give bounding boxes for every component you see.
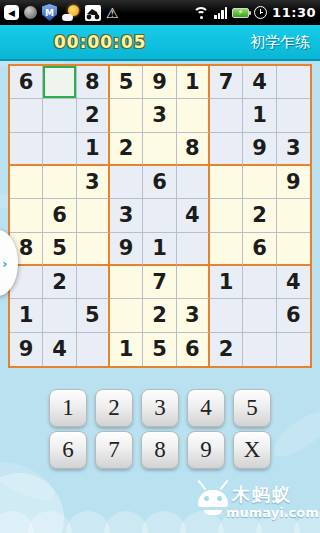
sudoku-cell-r1c3[interactable]: 8 — [77, 66, 110, 99]
sudoku-cell-r3c8[interactable]: 9 — [243, 133, 276, 166]
sudoku-cell-r8c8[interactable] — [243, 299, 276, 332]
keypad-row-2: 6789X — [0, 431, 320, 469]
sudoku-cell-r1c4[interactable]: 5 — [110, 66, 143, 99]
sudoku-cell-r9c6[interactable]: 6 — [177, 333, 210, 366]
sudoku-cell-r2c3[interactable]: 2 — [77, 99, 110, 132]
sudoku-cell-r4c8[interactable] — [243, 166, 276, 199]
sudoku-cell-r7c4[interactable] — [110, 266, 143, 299]
shield-m-icon: M — [42, 4, 57, 21]
sudoku-cell-r2c6[interactable] — [177, 99, 210, 132]
sudoku-cell-r7c6[interactable] — [177, 266, 210, 299]
sudoku-cell-r8c6[interactable]: 3 — [177, 299, 210, 332]
sudoku-cell-r7c2[interactable]: 2 — [43, 266, 76, 299]
sudoku-cell-r8c7[interactable] — [210, 299, 243, 332]
rider-icon — [85, 5, 101, 21]
sudoku-cell-r9c2[interactable]: 4 — [43, 333, 76, 366]
status-bar: ◀ M ⚠ ⚡ — [0, 0, 320, 25]
sudoku-cell-r5c8[interactable]: 2 — [243, 199, 276, 232]
sudoku-cell-r6c7[interactable] — [210, 233, 243, 266]
sudoku-cell-r9c5[interactable]: 5 — [143, 333, 176, 366]
rider-glyph — [85, 5, 101, 21]
sudoku-cell-r8c3[interactable]: 5 — [77, 299, 110, 332]
sudoku-cell-r5c3[interactable] — [77, 199, 110, 232]
mumayi-watermark: 木蚂蚁 mumayi.com — [196, 477, 312, 525]
wifi-icon — [193, 7, 209, 19]
sudoku-cell-r5c1[interactable] — [10, 199, 43, 232]
number-button-3[interactable]: 3 — [141, 389, 179, 427]
sudoku-cell-r1c5[interactable]: 9 — [143, 66, 176, 99]
sudoku-cell-r2c9[interactable] — [277, 99, 310, 132]
sudoku-cell-r4c5[interactable]: 6 — [143, 166, 176, 199]
sudoku-cell-r8c4[interactable] — [110, 299, 143, 332]
sudoku-board: 6859174231128933696342859162714152369415… — [8, 64, 312, 368]
sudoku-cell-r9c1[interactable]: 9 — [10, 333, 43, 366]
weather-sun-cloud-icon — [62, 5, 80, 21]
sudoku-cell-r1c9[interactable] — [277, 66, 310, 99]
sudoku-cell-r8c9[interactable]: 6 — [277, 299, 310, 332]
sudoku-cell-r7c3[interactable] — [77, 266, 110, 299]
sudoku-cell-r4c6[interactable] — [177, 166, 210, 199]
sudoku-cell-r5c7[interactable] — [210, 199, 243, 232]
sudoku-cell-r9c9[interactable] — [277, 333, 310, 366]
sudoku-cell-r1c7[interactable]: 7 — [210, 66, 243, 99]
sudoku-cell-r5c5[interactable] — [143, 199, 176, 232]
sudoku-cell-r2c8[interactable]: 1 — [243, 99, 276, 132]
sudoku-cell-r3c4[interactable]: 2 — [110, 133, 143, 166]
watermark-name: 木蚂蚁 — [232, 483, 292, 507]
sudoku-cell-r9c3[interactable] — [77, 333, 110, 366]
difficulty-label: 初学乍练 — [250, 33, 310, 52]
sudoku-cell-r6c3[interactable] — [77, 233, 110, 266]
app-screen: ◀ M ⚠ ⚡ — [0, 0, 320, 533]
alarm-clock-icon — [254, 6, 267, 19]
sudoku-cell-r2c2[interactable] — [43, 99, 76, 132]
sudoku-cell-r6c8[interactable]: 6 — [243, 233, 276, 266]
sudoku-cell-r3c1[interactable] — [10, 133, 43, 166]
clock-time: 11:30 — [272, 5, 316, 20]
sudoku-cell-r5c4[interactable]: 3 — [110, 199, 143, 232]
number-button-6[interactable]: 6 — [49, 431, 87, 469]
sudoku-cell-r3c3[interactable]: 1 — [77, 133, 110, 166]
sudoku-cell-r2c7[interactable] — [210, 99, 243, 132]
number-button-7[interactable]: 7 — [95, 431, 133, 469]
sudoku-cell-r4c2[interactable] — [43, 166, 76, 199]
back-icon: ◀ — [4, 5, 19, 20]
game-timer: 00:00:05 — [54, 32, 147, 52]
sudoku-cell-r2c5[interactable]: 3 — [143, 99, 176, 132]
sudoku-cell-r1c8[interactable]: 4 — [243, 66, 276, 99]
number-button-8[interactable]: 8 — [141, 431, 179, 469]
globe-icon — [24, 6, 37, 19]
sudoku-cell-r7c7[interactable]: 1 — [210, 266, 243, 299]
number-button-2[interactable]: 2 — [95, 389, 133, 427]
sudoku-cell-r9c7[interactable]: 2 — [210, 333, 243, 366]
sudoku-cell-r5c6[interactable]: 4 — [177, 199, 210, 232]
signal-bars-icon — [214, 7, 227, 19]
sudoku-cell-r4c1[interactable] — [10, 166, 43, 199]
sudoku-cell-r1c1[interactable]: 6 — [10, 66, 43, 99]
number-button-1[interactable]: 1 — [49, 389, 87, 427]
watermark-domain: mumayi.com — [226, 505, 319, 520]
warning-icon: ⚠ — [106, 6, 119, 20]
game-header: 00:00:05 初学乍练 — [0, 25, 320, 61]
sudoku-cell-r9c8[interactable] — [243, 333, 276, 366]
sudoku-cell-r8c2[interactable] — [43, 299, 76, 332]
number-button-4[interactable]: 4 — [187, 389, 225, 427]
battery-charging-icon: ⚡ — [232, 8, 249, 18]
sudoku-cell-r6c2[interactable]: 5 — [43, 233, 76, 266]
sudoku-cell-r3c9[interactable]: 3 — [277, 133, 310, 166]
sudoku-cell-r3c5[interactable] — [143, 133, 176, 166]
sudoku-cell-r1c6[interactable]: 1 — [177, 66, 210, 99]
sudoku-cell-r2c4[interactable] — [110, 99, 143, 132]
sudoku-cell-r1c2[interactable] — [43, 66, 76, 99]
sudoku-cell-r2c1[interactable] — [10, 99, 43, 132]
sudoku-cell-r4c9[interactable]: 9 — [277, 166, 310, 199]
chevron-right-icon: › — [2, 256, 7, 271]
number-button-5[interactable]: 5 — [233, 389, 271, 427]
sudoku-cell-r6c6[interactable] — [177, 233, 210, 266]
sudoku-cell-r4c7[interactable] — [210, 166, 243, 199]
sudoku-cell-r3c7[interactable] — [210, 133, 243, 166]
sudoku-cell-r7c5[interactable]: 7 — [143, 266, 176, 299]
sudoku-cell-r4c4[interactable] — [110, 166, 143, 199]
ant-logo-icon — [196, 481, 230, 521]
sudoku-cell-r7c9[interactable]: 4 — [277, 266, 310, 299]
keypad-row-1: 12345 — [0, 389, 320, 427]
sudoku-cell-r3c2[interactable] — [43, 133, 76, 166]
number-button-9[interactable]: 9 — [187, 431, 225, 469]
sudoku-cell-r6c4[interactable]: 9 — [110, 233, 143, 266]
sudoku-cell-r4c3[interactable]: 3 — [77, 166, 110, 199]
sudoku-cell-r3c6[interactable]: 8 — [177, 133, 210, 166]
sudoku-cell-r6c9[interactable] — [277, 233, 310, 266]
sudoku-cell-r5c9[interactable] — [277, 199, 310, 232]
sudoku-cell-r9c4[interactable]: 1 — [110, 333, 143, 366]
sudoku-cell-r8c5[interactable]: 2 — [143, 299, 176, 332]
erase-button[interactable]: X — [233, 431, 271, 469]
sudoku-cell-r7c8[interactable] — [243, 266, 276, 299]
sudoku-cell-r8c1[interactable]: 1 — [10, 299, 43, 332]
sudoku-cell-r6c5[interactable]: 1 — [143, 233, 176, 266]
sudoku-cell-r5c2[interactable]: 6 — [43, 199, 76, 232]
